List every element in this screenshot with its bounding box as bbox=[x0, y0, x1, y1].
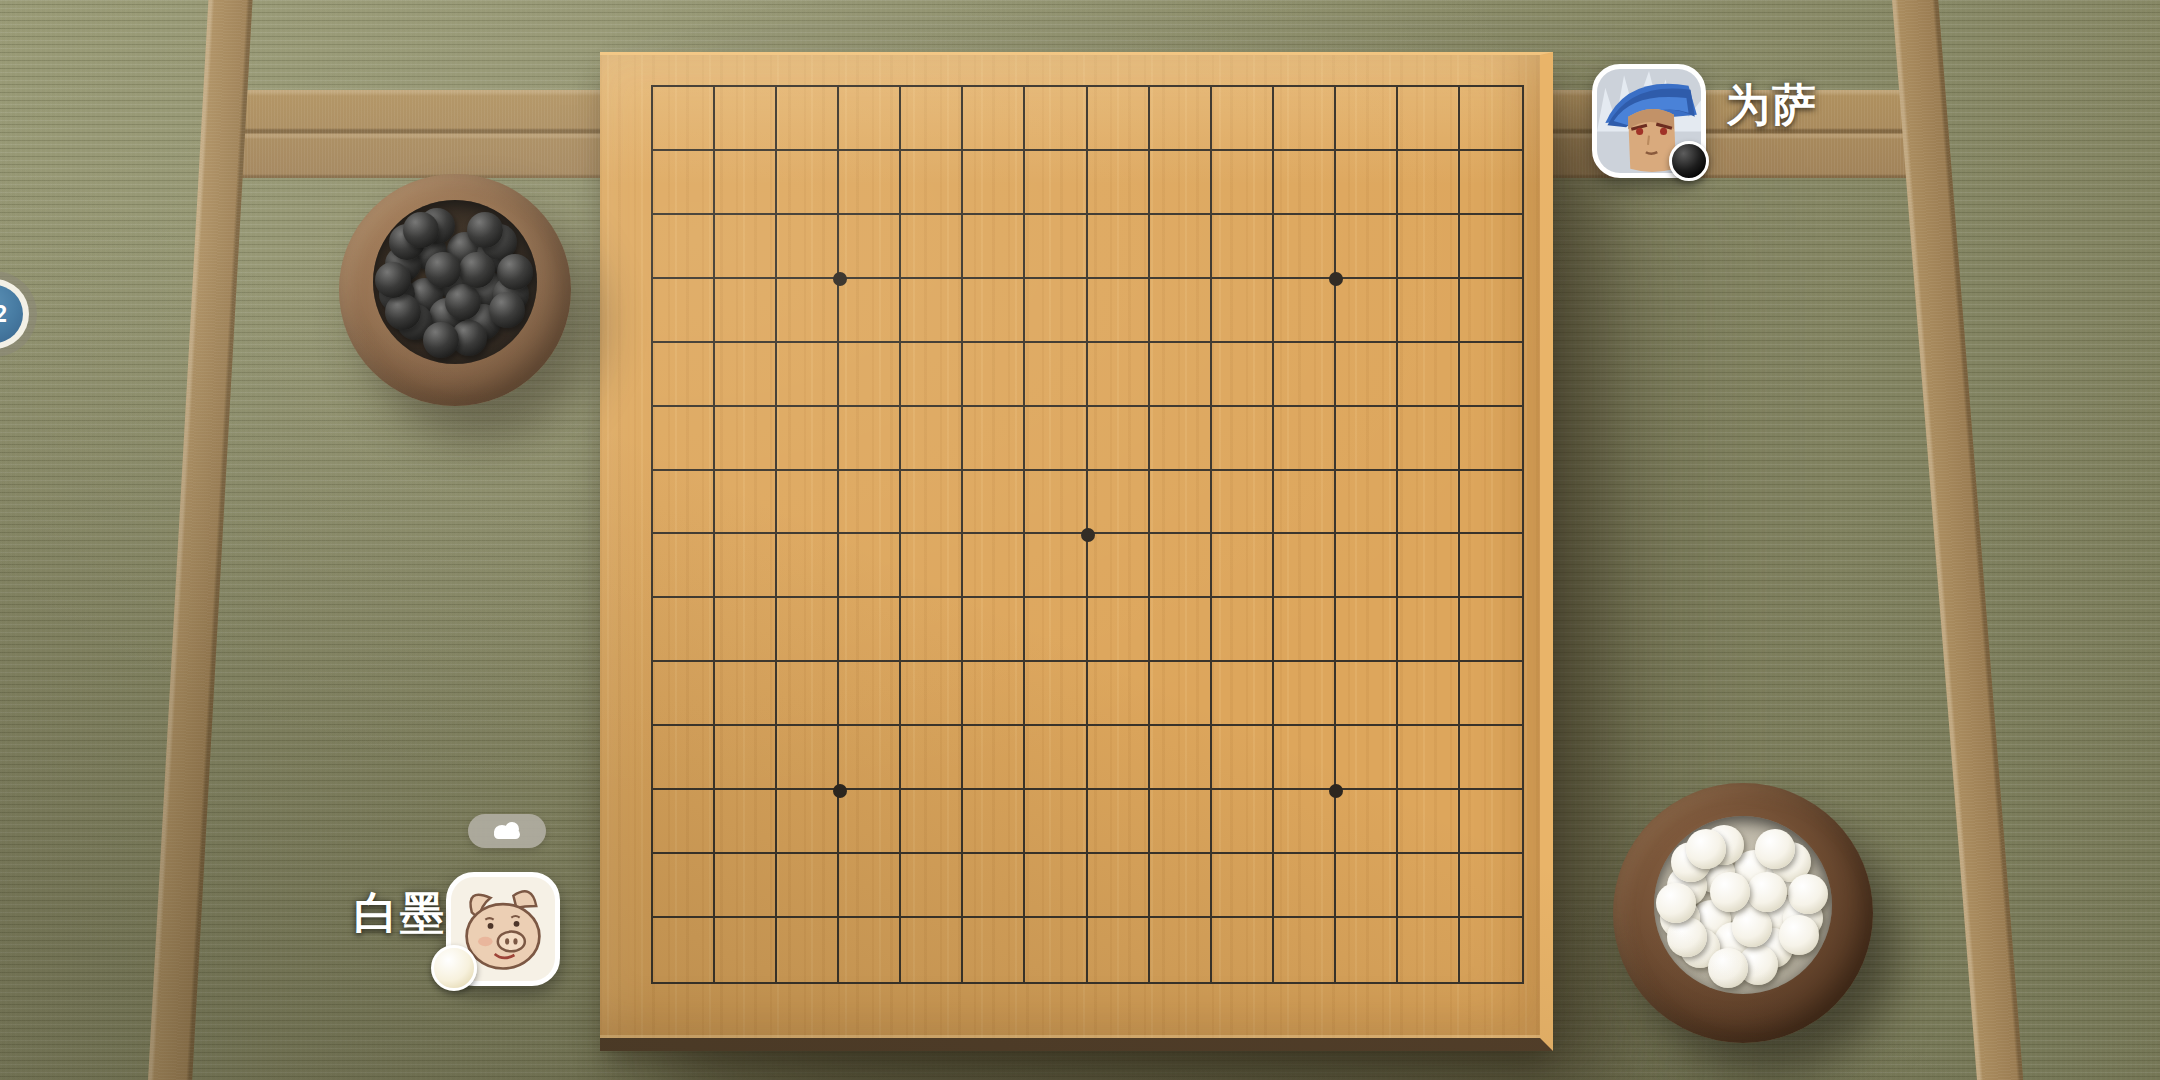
board-cell[interactable] bbox=[715, 87, 777, 151]
board-cell[interactable] bbox=[1150, 343, 1212, 407]
board-cell[interactable] bbox=[1025, 918, 1087, 982]
timer-value: 22 bbox=[0, 301, 8, 327]
board-cell[interactable] bbox=[1150, 662, 1212, 726]
board-cell[interactable] bbox=[1274, 407, 1336, 471]
emote-button[interactable] bbox=[468, 814, 546, 848]
board-cell[interactable] bbox=[1150, 854, 1212, 918]
board-cell[interactable] bbox=[1336, 471, 1398, 535]
board-cell[interactable] bbox=[1088, 343, 1150, 407]
board-cell[interactable] bbox=[777, 407, 839, 471]
player-white-name: 白墨 bbox=[354, 884, 446, 943]
board-cell[interactable] bbox=[715, 726, 777, 790]
board-cell[interactable] bbox=[1088, 854, 1150, 918]
board-cell[interactable] bbox=[1274, 87, 1336, 151]
game-scene: 22 为萨 bbox=[0, 0, 2160, 1080]
board-cell[interactable] bbox=[839, 215, 901, 279]
board-cell[interactable] bbox=[963, 87, 1025, 151]
board-cell[interactable] bbox=[963, 662, 1025, 726]
board-cell[interactable] bbox=[653, 854, 715, 918]
board-cell[interactable] bbox=[1336, 87, 1398, 151]
board-cell[interactable] bbox=[1025, 279, 1087, 343]
board-cell[interactable] bbox=[1336, 790, 1398, 854]
board-cell[interactable] bbox=[1460, 662, 1522, 726]
board-cell[interactable] bbox=[715, 343, 777, 407]
board-cell[interactable] bbox=[1460, 151, 1522, 215]
black-stone-bowl bbox=[339, 174, 571, 406]
star-point bbox=[1329, 784, 1343, 798]
board-cell[interactable] bbox=[901, 662, 963, 726]
white-stone bbox=[1732, 907, 1772, 947]
black-stone bbox=[385, 294, 421, 330]
board-cell[interactable] bbox=[963, 854, 1025, 918]
board-cell[interactable] bbox=[1460, 215, 1522, 279]
board-cell[interactable] bbox=[1398, 726, 1460, 790]
board-cell[interactable] bbox=[839, 726, 901, 790]
board-cell[interactable] bbox=[1025, 407, 1087, 471]
board-cell[interactable] bbox=[653, 87, 715, 151]
white-stone bbox=[1667, 917, 1707, 957]
white-stone bbox=[1710, 872, 1750, 912]
board-cell[interactable] bbox=[1398, 343, 1460, 407]
board-cell[interactable] bbox=[1398, 87, 1460, 151]
board-cell[interactable] bbox=[1398, 279, 1460, 343]
board-cell[interactable] bbox=[1398, 471, 1460, 535]
board-cell[interactable] bbox=[1088, 279, 1150, 343]
board-cell[interactable] bbox=[1088, 598, 1150, 662]
board-cell[interactable] bbox=[963, 151, 1025, 215]
board-cell[interactable] bbox=[653, 662, 715, 726]
player-white-avatar[interactable] bbox=[446, 872, 560, 986]
board-cell[interactable] bbox=[715, 471, 777, 535]
board-cell[interactable] bbox=[1460, 854, 1522, 918]
board-cell[interactable] bbox=[839, 151, 901, 215]
white-stone bbox=[1755, 829, 1795, 869]
board-cell[interactable] bbox=[1025, 151, 1087, 215]
board-cell[interactable] bbox=[901, 407, 963, 471]
board-cell[interactable] bbox=[1150, 598, 1212, 662]
board-cell[interactable] bbox=[839, 598, 901, 662]
board-cell[interactable] bbox=[839, 471, 901, 535]
board-cell[interactable] bbox=[1274, 790, 1336, 854]
board-cell[interactable] bbox=[1025, 87, 1087, 151]
board-cell[interactable] bbox=[963, 407, 1025, 471]
white-stone bbox=[1779, 915, 1819, 955]
board-cell[interactable] bbox=[1025, 534, 1087, 598]
board-cell[interactable] bbox=[1460, 407, 1522, 471]
star-point bbox=[1081, 528, 1095, 542]
board-cell[interactable] bbox=[1398, 215, 1460, 279]
board-cell[interactable] bbox=[1150, 279, 1212, 343]
black-stone bbox=[375, 262, 411, 298]
black-stone bbox=[489, 292, 525, 328]
white-stone bbox=[1686, 829, 1726, 869]
board-cell[interactable] bbox=[1088, 790, 1150, 854]
board-cell[interactable] bbox=[1398, 854, 1460, 918]
board-cell[interactable] bbox=[653, 598, 715, 662]
board-cell[interactable] bbox=[653, 343, 715, 407]
board-cell[interactable] bbox=[715, 279, 777, 343]
board-cell[interactable] bbox=[963, 790, 1025, 854]
board-cell[interactable] bbox=[1212, 471, 1274, 535]
board-cell[interactable] bbox=[901, 151, 963, 215]
board-cell[interactable] bbox=[715, 534, 777, 598]
board-cell[interactable] bbox=[777, 726, 839, 790]
board-cell[interactable] bbox=[1088, 918, 1150, 982]
board-cell[interactable] bbox=[715, 215, 777, 279]
board-cell[interactable] bbox=[839, 854, 901, 918]
board-cell[interactable] bbox=[1088, 87, 1150, 151]
board-cell[interactable] bbox=[1212, 534, 1274, 598]
board-cell[interactable] bbox=[901, 598, 963, 662]
board-cell[interactable] bbox=[963, 471, 1025, 535]
board-cell[interactable] bbox=[1398, 407, 1460, 471]
board-cell[interactable] bbox=[1025, 471, 1087, 535]
white-stone-bowl bbox=[1613, 783, 1873, 1043]
board-cell[interactable] bbox=[1398, 662, 1460, 726]
timer-face: 22 bbox=[0, 285, 23, 343]
board-cell[interactable] bbox=[1274, 471, 1336, 535]
board-cell[interactable] bbox=[1150, 918, 1212, 982]
board-cell[interactable] bbox=[839, 534, 901, 598]
black-stone bbox=[497, 254, 533, 290]
board-cell[interactable] bbox=[1150, 151, 1212, 215]
board-cell[interactable] bbox=[1088, 215, 1150, 279]
board-cell[interactable] bbox=[1336, 279, 1398, 343]
board-cell[interactable] bbox=[1274, 534, 1336, 598]
black-stone bbox=[423, 322, 459, 358]
timer-ring: 22 bbox=[0, 279, 29, 349]
board-cell[interactable] bbox=[1398, 534, 1460, 598]
board-cell[interactable] bbox=[901, 87, 963, 151]
board-grid[interactable] bbox=[651, 85, 1524, 984]
board-cell[interactable] bbox=[839, 662, 901, 726]
board-cell[interactable] bbox=[963, 534, 1025, 598]
board-cell[interactable] bbox=[777, 471, 839, 535]
board-cell[interactable] bbox=[901, 534, 963, 598]
board-cell[interactable] bbox=[1212, 918, 1274, 982]
black-stone bbox=[467, 212, 503, 248]
board-cell[interactable] bbox=[653, 790, 715, 854]
board-cell[interactable] bbox=[1088, 407, 1150, 471]
board-cell[interactable] bbox=[1150, 471, 1212, 535]
board-cell[interactable] bbox=[1088, 151, 1150, 215]
board-cell[interactable] bbox=[1150, 790, 1212, 854]
board-cell[interactable] bbox=[1460, 598, 1522, 662]
board-cell[interactable] bbox=[1460, 343, 1522, 407]
board-cell[interactable] bbox=[1460, 726, 1522, 790]
black-stone bbox=[459, 252, 495, 288]
board-cell[interactable] bbox=[1336, 343, 1398, 407]
white-stone-bowl-opening bbox=[1654, 816, 1832, 994]
board-cell[interactable] bbox=[1336, 215, 1398, 279]
board-cell[interactable] bbox=[1336, 854, 1398, 918]
board-cell[interactable] bbox=[1212, 151, 1274, 215]
board-cell[interactable] bbox=[1025, 215, 1087, 279]
board-cell[interactable] bbox=[653, 471, 715, 535]
board-cell[interactable] bbox=[1460, 790, 1522, 854]
board-cell[interactable] bbox=[777, 662, 839, 726]
board-cell[interactable] bbox=[1398, 790, 1460, 854]
board-cell[interactable] bbox=[653, 279, 715, 343]
board-cell[interactable] bbox=[901, 918, 963, 982]
board-cell[interactable] bbox=[1460, 279, 1522, 343]
board-cell[interactable] bbox=[1274, 854, 1336, 918]
white-stone bbox=[1747, 872, 1787, 912]
board-cell[interactable] bbox=[1336, 598, 1398, 662]
board-cell[interactable] bbox=[963, 343, 1025, 407]
white-stone bbox=[1708, 948, 1748, 988]
board-cell[interactable] bbox=[1150, 87, 1212, 151]
board-cell[interactable] bbox=[777, 918, 839, 982]
board-cell[interactable] bbox=[1025, 598, 1087, 662]
board-cell[interactable] bbox=[839, 918, 901, 982]
black-stone-bowl-opening bbox=[373, 200, 537, 364]
board-cell[interactable] bbox=[1150, 534, 1212, 598]
board-cell[interactable] bbox=[777, 87, 839, 151]
board-cell[interactable] bbox=[715, 598, 777, 662]
board-cell[interactable] bbox=[653, 918, 715, 982]
board-cell[interactable] bbox=[1274, 279, 1336, 343]
board-cell[interactable] bbox=[1212, 279, 1274, 343]
board-cell[interactable] bbox=[1274, 151, 1336, 215]
board-cell[interactable] bbox=[963, 918, 1025, 982]
board-cell[interactable] bbox=[1212, 598, 1274, 662]
board-cell[interactable] bbox=[1025, 790, 1087, 854]
board-cell[interactable] bbox=[1336, 151, 1398, 215]
board-cell[interactable] bbox=[777, 790, 839, 854]
board-cell[interactable] bbox=[963, 598, 1025, 662]
board-cell[interactable] bbox=[1336, 918, 1398, 982]
board-cell[interactable] bbox=[777, 151, 839, 215]
board-cell[interactable] bbox=[1336, 407, 1398, 471]
black-stone bbox=[445, 284, 481, 320]
board-cell[interactable] bbox=[777, 534, 839, 598]
board-cell[interactable] bbox=[1088, 662, 1150, 726]
board-cell[interactable] bbox=[777, 215, 839, 279]
player-black-name: 为萨 bbox=[1726, 76, 1818, 135]
go-board[interactable] bbox=[600, 52, 1553, 1051]
board-cell[interactable] bbox=[901, 215, 963, 279]
board-cell[interactable] bbox=[839, 790, 901, 854]
board-cell[interactable] bbox=[1460, 87, 1522, 151]
board-cell[interactable] bbox=[715, 918, 777, 982]
board-cell[interactable] bbox=[1398, 598, 1460, 662]
board-cell[interactable] bbox=[901, 279, 963, 343]
board-cell[interactable] bbox=[653, 215, 715, 279]
board-cell[interactable] bbox=[653, 407, 715, 471]
black-stone-icon bbox=[1669, 141, 1709, 181]
board-cell[interactable] bbox=[1398, 151, 1460, 215]
board-cell[interactable] bbox=[1212, 790, 1274, 854]
board-cell[interactable] bbox=[777, 854, 839, 918]
board-cell[interactable] bbox=[653, 151, 715, 215]
star-point bbox=[833, 272, 847, 286]
star-point bbox=[833, 784, 847, 798]
board-cell[interactable] bbox=[777, 343, 839, 407]
board-cell[interactable] bbox=[777, 598, 839, 662]
board-cell[interactable] bbox=[1088, 471, 1150, 535]
board-cell[interactable] bbox=[1025, 854, 1087, 918]
board-cell[interactable] bbox=[901, 854, 963, 918]
board-cell[interactable] bbox=[1212, 87, 1274, 151]
board-cell[interactable] bbox=[715, 790, 777, 854]
board-cell[interactable] bbox=[653, 534, 715, 598]
board-cell[interactable] bbox=[1460, 534, 1522, 598]
board-cell[interactable] bbox=[839, 343, 901, 407]
board-cell[interactable] bbox=[653, 726, 715, 790]
black-stone bbox=[425, 252, 461, 288]
board-cell[interactable] bbox=[1212, 407, 1274, 471]
board-cell[interactable] bbox=[1336, 662, 1398, 726]
board-cell[interactable] bbox=[1025, 662, 1087, 726]
board-cell[interactable] bbox=[1274, 918, 1336, 982]
board-cell[interactable] bbox=[1212, 662, 1274, 726]
board-cell[interactable] bbox=[1336, 534, 1398, 598]
board-cell[interactable] bbox=[1460, 471, 1522, 535]
board-cell[interactable] bbox=[1274, 598, 1336, 662]
white-stone bbox=[1656, 883, 1696, 923]
board-cell[interactable] bbox=[1212, 854, 1274, 918]
board-cell[interactable] bbox=[715, 662, 777, 726]
board-cell[interactable] bbox=[715, 854, 777, 918]
board-cell[interactable] bbox=[963, 279, 1025, 343]
board-cell[interactable] bbox=[1212, 215, 1274, 279]
board-cell[interactable] bbox=[1274, 343, 1336, 407]
board-cell[interactable] bbox=[1150, 726, 1212, 790]
board-cell[interactable] bbox=[1150, 215, 1212, 279]
board-cell[interactable] bbox=[963, 215, 1025, 279]
board-cell[interactable] bbox=[1088, 534, 1150, 598]
board-cell[interactable] bbox=[1025, 726, 1087, 790]
white-stone bbox=[1788, 874, 1828, 914]
board-cell[interactable] bbox=[1025, 343, 1087, 407]
board-cell[interactable] bbox=[1274, 726, 1336, 790]
board-cell[interactable] bbox=[777, 279, 839, 343]
board-cell[interactable] bbox=[839, 87, 901, 151]
player-black-avatar[interactable] bbox=[1592, 64, 1706, 178]
board-cell[interactable] bbox=[839, 279, 901, 343]
board-cell[interactable] bbox=[1460, 918, 1522, 982]
board-cell[interactable] bbox=[1088, 726, 1150, 790]
board-cell[interactable] bbox=[1212, 726, 1274, 790]
board-cell[interactable] bbox=[715, 407, 777, 471]
black-stone bbox=[403, 212, 439, 248]
board-cell[interactable] bbox=[1274, 215, 1336, 279]
board-cell[interactable] bbox=[1398, 918, 1460, 982]
board-cell[interactable] bbox=[1336, 726, 1398, 790]
white-stone-icon bbox=[431, 945, 477, 991]
board-cell[interactable] bbox=[901, 471, 963, 535]
board-cell[interactable] bbox=[715, 151, 777, 215]
board-cell[interactable] bbox=[901, 726, 963, 790]
cloud-icon bbox=[485, 820, 529, 842]
board-cell[interactable] bbox=[1274, 662, 1336, 726]
board-cell[interactable] bbox=[839, 407, 901, 471]
board-cell[interactable] bbox=[901, 343, 963, 407]
board-cell[interactable] bbox=[901, 790, 963, 854]
board-cell[interactable] bbox=[1212, 343, 1274, 407]
board-cell[interactable] bbox=[963, 726, 1025, 790]
board-cell[interactable] bbox=[1150, 407, 1212, 471]
